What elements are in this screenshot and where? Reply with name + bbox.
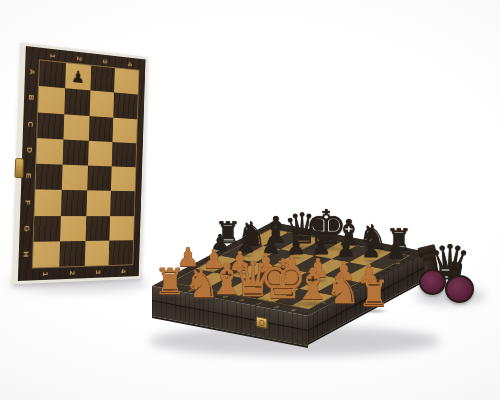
board-square (86, 191, 111, 216)
board-square (64, 88, 90, 115)
board-square (60, 216, 86, 242)
board-square (38, 86, 65, 114)
board-square (33, 241, 60, 267)
row-label: D (25, 144, 34, 155)
board-square (61, 190, 87, 216)
board-square (110, 191, 134, 216)
half-board-grid: ♟ (33, 60, 139, 267)
board-square (110, 216, 134, 241)
board-square (114, 68, 138, 95)
row-label: A (28, 66, 37, 78)
white-knight-piece: ♞ (184, 263, 220, 303)
white-rook-piece: ♜ (358, 276, 390, 312)
column-label-top: 4 (125, 62, 134, 67)
board-square (88, 116, 113, 142)
column-label-top: 3 (100, 59, 109, 64)
folded-board-upright: ♟ ABCDEFGH12341234 (12, 42, 147, 284)
row-label: F (23, 197, 32, 208)
board-square (35, 190, 62, 216)
white-rook-piece: ♜ (154, 264, 186, 300)
board-square (37, 112, 64, 139)
column-label-bottom: 4 (119, 269, 128, 273)
board-square (63, 114, 89, 141)
board-square (87, 166, 112, 191)
column-label-top: 1 (48, 53, 57, 58)
board-square (36, 138, 63, 165)
brass-fold-latch (15, 158, 24, 178)
board-square (59, 241, 85, 267)
row-label: B (27, 92, 36, 104)
board-square (85, 216, 110, 241)
white-knight-piece: ♞ (325, 269, 361, 309)
board-square (112, 142, 136, 167)
board-square (34, 216, 61, 242)
felt-base-piece (445, 275, 474, 303)
pawn-logo-square: ♟ (65, 63, 91, 91)
row-label: H (21, 249, 30, 260)
row-label: E (24, 170, 33, 181)
column-label-bottom: 3 (94, 270, 103, 275)
board-square (88, 141, 113, 167)
board-square (35, 164, 62, 190)
black-pawn-piece: ♟ (386, 240, 406, 262)
folded-board-face: ♟ ABCDEFGH12341234 (18, 46, 146, 281)
board-square (84, 240, 109, 265)
board-square (113, 117, 137, 143)
board-square (39, 60, 66, 88)
felt-base-rook (419, 269, 446, 295)
board-square (113, 93, 137, 119)
board-square (111, 166, 135, 191)
black-pawn-piece: ♟ (361, 239, 381, 261)
board-square (89, 91, 114, 118)
white-king-piece: ♚ (259, 253, 307, 307)
row-label: C (26, 118, 35, 129)
board-square (109, 240, 133, 265)
row-label: G (22, 223, 31, 234)
column-label-bottom: 1 (40, 272, 50, 277)
board-square (90, 66, 115, 93)
column-label-top: 2 (75, 56, 84, 61)
product-photo-scene: ♟ ABCDEFGH12341234 ABCDEFGH1234 ♜♞♝♛♚♝♞♜… (0, 0, 500, 400)
board-square (62, 139, 88, 165)
board-square (62, 165, 88, 191)
brass-clasp (256, 316, 268, 329)
column-label-bottom: 2 (67, 271, 76, 276)
